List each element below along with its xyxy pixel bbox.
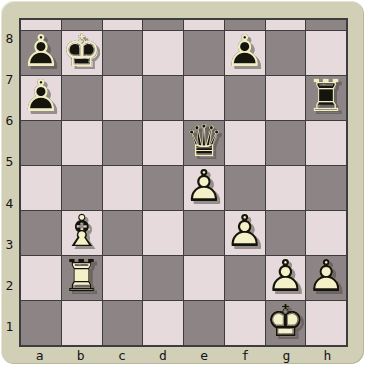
black-queen[interactable]: ♛♕ — [184, 121, 224, 165]
white-pawn[interactable]: ♟♙ — [266, 256, 306, 300]
square-c7[interactable] — [103, 31, 143, 75]
square-g6[interactable] — [266, 76, 306, 120]
square-e2[interactable] — [184, 256, 224, 300]
square-a1[interactable] — [21, 301, 61, 345]
pawn-glyph-outline: ♙ — [266, 254, 305, 298]
king-glyph-outline: ♔ — [266, 299, 305, 343]
rook-glyph-outline: ♖ — [62, 254, 101, 298]
rook-glyph-outline: ♖ — [306, 74, 345, 118]
square-e4[interactable]: ♟♙ — [184, 166, 224, 210]
square-d8[interactable] — [143, 20, 183, 30]
rank-label-5: 5 — [0, 141, 19, 182]
square-c6[interactable] — [103, 76, 143, 120]
chess-board: ♟♙♚♔♟♙♟♙♜♖♛♕♟♙♝♗♟♙♜♖♟♙♟♙♚♔ — [19, 18, 348, 347]
pawn-glyph-outline: ♙ — [306, 254, 345, 298]
square-e6[interactable] — [184, 76, 224, 120]
square-a5[interactable] — [21, 121, 61, 165]
square-b7[interactable]: ♚♔ — [62, 31, 102, 75]
white-pawn[interactable]: ♟♙ — [225, 211, 265, 255]
rank-label-8: 8 — [0, 18, 19, 59]
square-g4[interactable] — [266, 166, 306, 210]
square-g2[interactable]: ♟♙ — [266, 256, 306, 300]
pawn-glyph-outline: ♙ — [225, 29, 264, 73]
white-pawn[interactable]: ♟♙ — [306, 256, 346, 300]
square-h1[interactable] — [306, 301, 346, 345]
file-label-f: f — [225, 347, 266, 364]
rank-label-7: 7 — [0, 59, 19, 100]
square-b5[interactable] — [62, 121, 102, 165]
square-b4[interactable] — [62, 166, 102, 210]
square-h5[interactable] — [306, 121, 346, 165]
white-bishop[interactable]: ♝♗ — [62, 211, 102, 255]
black-pawn[interactable]: ♟♙ — [225, 31, 265, 75]
square-f3[interactable]: ♟♙ — [225, 211, 265, 255]
square-e1[interactable] — [184, 301, 224, 345]
file-labels: abcdefgh — [19, 347, 348, 364]
square-c5[interactable] — [103, 121, 143, 165]
pawn-glyph-outline: ♙ — [184, 164, 223, 208]
chess-app-window: 87654321 ♟♙♚♔♟♙♟♙♜♖♛♕♟♙♝♗♟♙♜♖♟♙♟♙♚♔ abcd… — [0, 0, 365, 365]
square-b2[interactable]: ♜♖ — [62, 256, 102, 300]
square-a2[interactable] — [21, 256, 61, 300]
square-e7[interactable] — [184, 31, 224, 75]
bishop-glyph-outline: ♗ — [62, 209, 101, 253]
square-f5[interactable] — [225, 121, 265, 165]
queen-glyph-outline: ♕ — [184, 119, 223, 163]
square-a7[interactable]: ♟♙ — [21, 31, 61, 75]
file-label-g: g — [266, 347, 307, 364]
square-d7[interactable] — [143, 31, 183, 75]
file-label-c: c — [101, 347, 142, 364]
rank-labels: 87654321 — [0, 18, 19, 347]
square-f6[interactable] — [225, 76, 265, 120]
square-f4[interactable] — [225, 166, 265, 210]
square-d6[interactable] — [143, 76, 183, 120]
square-d1[interactable] — [143, 301, 183, 345]
rank-label-3: 3 — [0, 224, 19, 265]
square-e3[interactable] — [184, 211, 224, 255]
square-a4[interactable] — [21, 166, 61, 210]
pawn-glyph-outline: ♙ — [21, 74, 60, 118]
square-c1[interactable] — [103, 301, 143, 345]
square-g8[interactable] — [266, 20, 306, 30]
white-king[interactable]: ♚♔ — [266, 301, 306, 345]
square-d2[interactable] — [143, 256, 183, 300]
square-b1[interactable] — [62, 301, 102, 345]
square-h8[interactable] — [306, 20, 346, 30]
square-d4[interactable] — [143, 166, 183, 210]
square-d3[interactable] — [143, 211, 183, 255]
square-h4[interactable] — [306, 166, 346, 210]
file-label-h: h — [307, 347, 348, 364]
file-label-b: b — [60, 347, 101, 364]
square-h3[interactable] — [306, 211, 346, 255]
square-b6[interactable] — [62, 76, 102, 120]
black-king[interactable]: ♚♔ — [62, 31, 102, 75]
file-label-d: d — [142, 347, 183, 364]
square-h6[interactable]: ♜♖ — [306, 76, 346, 120]
rank-label-1: 1 — [0, 306, 19, 347]
white-rook[interactable]: ♜♖ — [62, 256, 102, 300]
square-c3[interactable] — [103, 211, 143, 255]
square-b3[interactable]: ♝♗ — [62, 211, 102, 255]
square-d5[interactable] — [143, 121, 183, 165]
square-c2[interactable] — [103, 256, 143, 300]
pawn-glyph-outline: ♙ — [225, 209, 264, 253]
square-a6[interactable]: ♟♙ — [21, 76, 61, 120]
rank-label-4: 4 — [0, 183, 19, 224]
file-label-a: a — [19, 347, 60, 364]
file-label-e: e — [184, 347, 225, 364]
black-rook[interactable]: ♜♖ — [306, 76, 346, 120]
square-e8[interactable] — [184, 20, 224, 30]
square-g7[interactable] — [266, 31, 306, 75]
rank-label-6: 6 — [0, 100, 19, 141]
square-e5[interactable]: ♛♕ — [184, 121, 224, 165]
square-c8[interactable] — [103, 20, 143, 30]
square-a3[interactable] — [21, 211, 61, 255]
black-pawn[interactable]: ♟♙ — [21, 31, 61, 75]
white-pawn[interactable]: ♟♙ — [184, 166, 224, 210]
black-pawn[interactable]: ♟♙ — [21, 76, 61, 120]
square-h2[interactable]: ♟♙ — [306, 256, 346, 300]
pawn-glyph-outline: ♙ — [21, 29, 60, 73]
square-f1[interactable] — [225, 301, 265, 345]
square-h7[interactable] — [306, 31, 346, 75]
square-g1[interactable]: ♚♔ — [266, 301, 306, 345]
king-glyph-outline: ♔ — [62, 29, 101, 73]
square-g5[interactable] — [266, 121, 306, 165]
square-c4[interactable] — [103, 166, 143, 210]
rank-label-2: 2 — [0, 265, 19, 306]
square-g3[interactable] — [266, 211, 306, 255]
square-f2[interactable] — [225, 256, 265, 300]
square-f7[interactable]: ♟♙ — [225, 31, 265, 75]
